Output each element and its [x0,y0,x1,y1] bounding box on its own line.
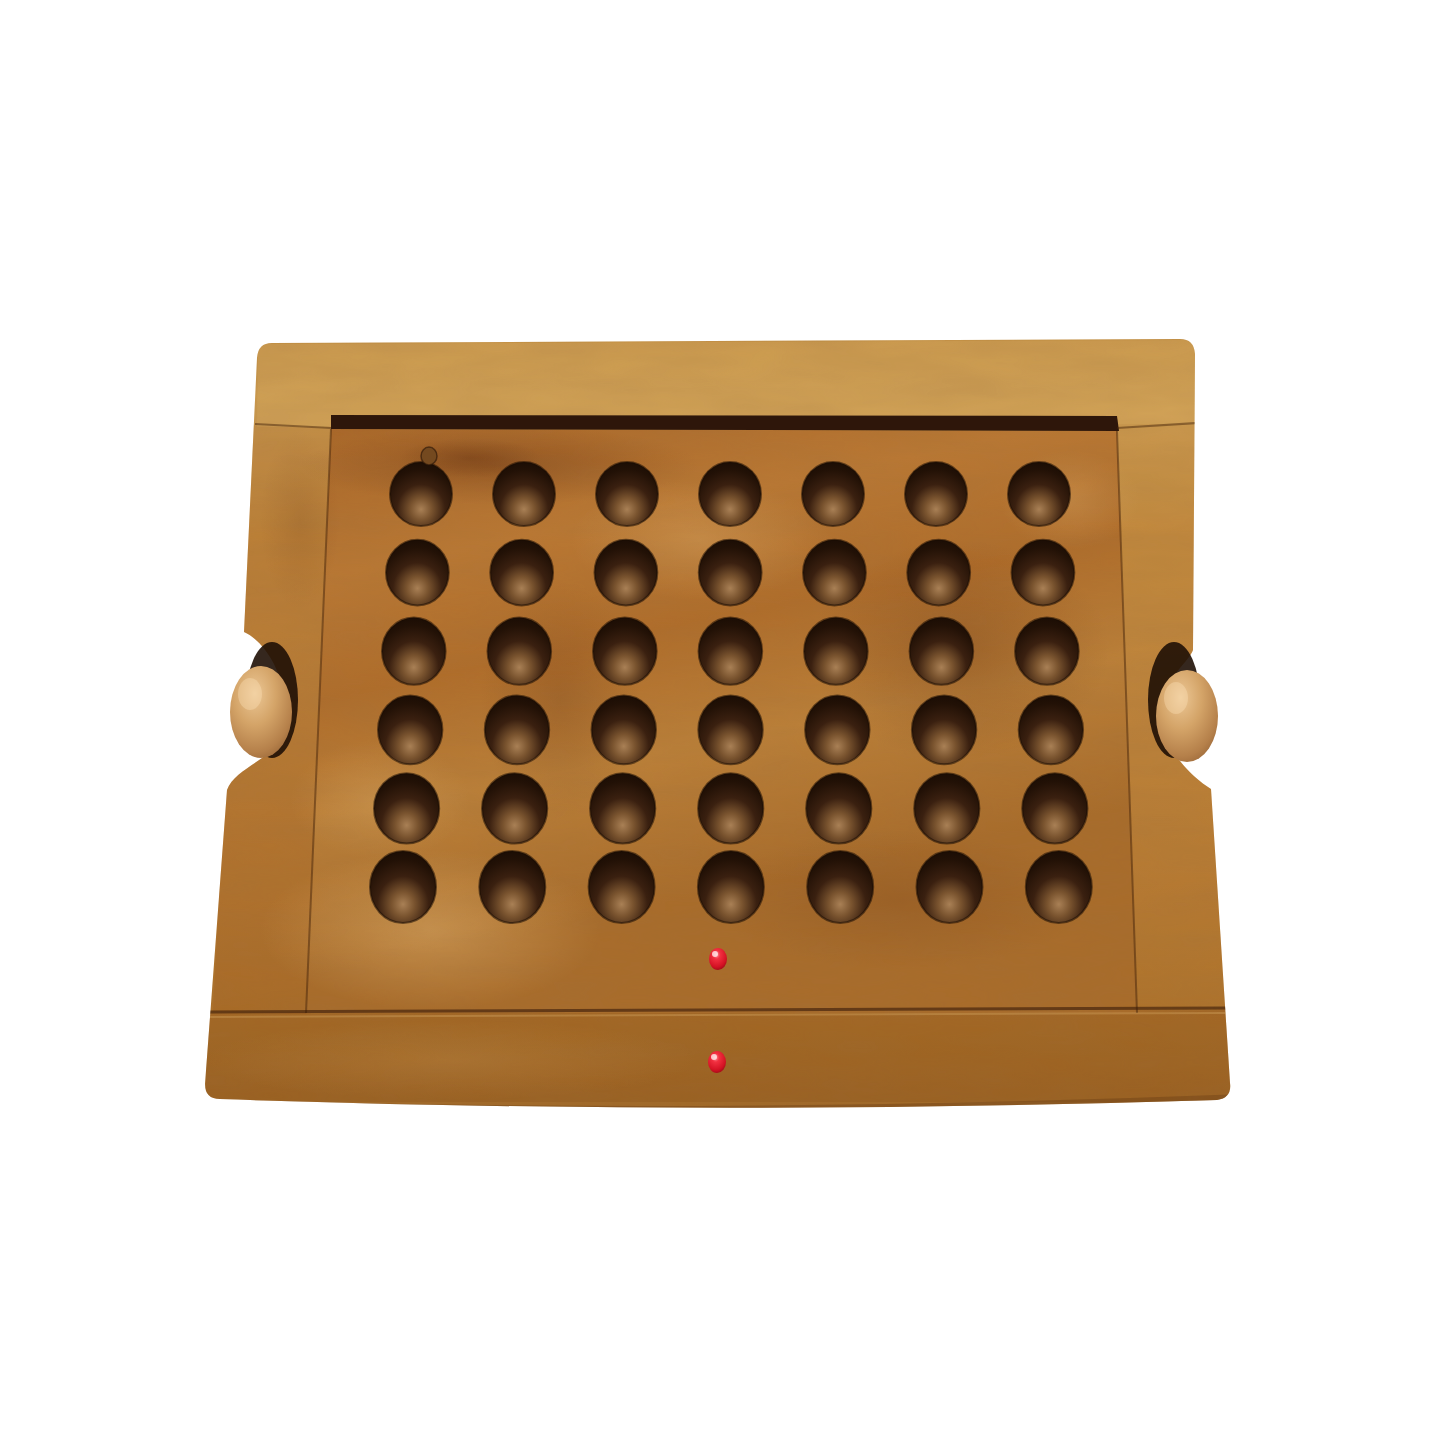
hole-r6c6[interactable] [917,851,983,923]
hole-r6c1[interactable] [370,851,436,923]
hole-r1c4[interactable] [699,462,761,526]
photo-canvas [0,0,1445,1445]
pin-highlight [712,951,718,957]
hole-r3c2[interactable] [488,618,552,685]
hole-r4c7[interactable] [1019,695,1083,764]
hole-r1c5[interactable] [802,462,864,526]
hole-r2c1[interactable] [386,540,449,606]
hole-r4c2[interactable] [485,695,549,764]
hole-r3c5[interactable] [804,618,868,685]
connect-four-board [0,0,1445,1445]
right-knob-highlight [1164,682,1188,714]
hole-r6c3[interactable] [589,851,655,923]
drop-slot-shadow [331,415,1119,431]
hole-r3c4[interactable] [699,618,763,685]
hole-r4c3[interactable] [592,695,656,764]
peg-hole [421,447,437,465]
hole-r1c2[interactable] [493,462,555,526]
hole-r6c5[interactable] [807,851,873,923]
hole-r2c7[interactable] [1012,540,1075,606]
hole-r5c5[interactable] [806,773,871,843]
left-knob-highlight [238,678,262,710]
hole-r5c7[interactable] [1022,773,1087,843]
hole-r6c7[interactable] [1026,851,1092,923]
hole-r5c4[interactable] [698,773,763,843]
hole-r1c3[interactable] [596,462,658,526]
red-pin-frame [708,1051,726,1073]
hole-r5c3[interactable] [590,773,655,843]
hole-r2c6[interactable] [907,540,970,606]
hole-r1c7[interactable] [1008,462,1070,526]
hole-r3c3[interactable] [593,618,657,685]
right-release-knob[interactable] [1156,670,1218,762]
hole-r2c3[interactable] [595,540,658,606]
board [200,339,1239,1109]
hole-r1c6[interactable] [905,462,967,526]
red-pin-plate [709,948,727,970]
hole-r6c4[interactable] [698,851,764,923]
left-knob-assembly [230,642,298,758]
hole-r5c6[interactable] [914,773,979,843]
hole-r5c1[interactable] [374,773,439,843]
hole-r3c6[interactable] [910,618,974,685]
hole-r4c1[interactable] [378,695,442,764]
hole-r5c2[interactable] [482,773,547,843]
hole-r2c2[interactable] [490,540,553,606]
hole-r4c4[interactable] [698,695,762,764]
hole-r3c7[interactable] [1015,618,1079,685]
hole-r3c1[interactable] [382,618,446,685]
hole-r4c5[interactable] [805,695,869,764]
left-release-knob[interactable] [230,666,292,758]
hole-r2c5[interactable] [803,540,866,606]
hole-r6c2[interactable] [479,851,545,923]
hole-r1c1[interactable] [390,462,452,526]
hole-r4c6[interactable] [912,695,976,764]
hole-r2c4[interactable] [699,540,762,606]
right-knob-assembly [1148,642,1218,762]
pin-highlight [711,1054,717,1060]
